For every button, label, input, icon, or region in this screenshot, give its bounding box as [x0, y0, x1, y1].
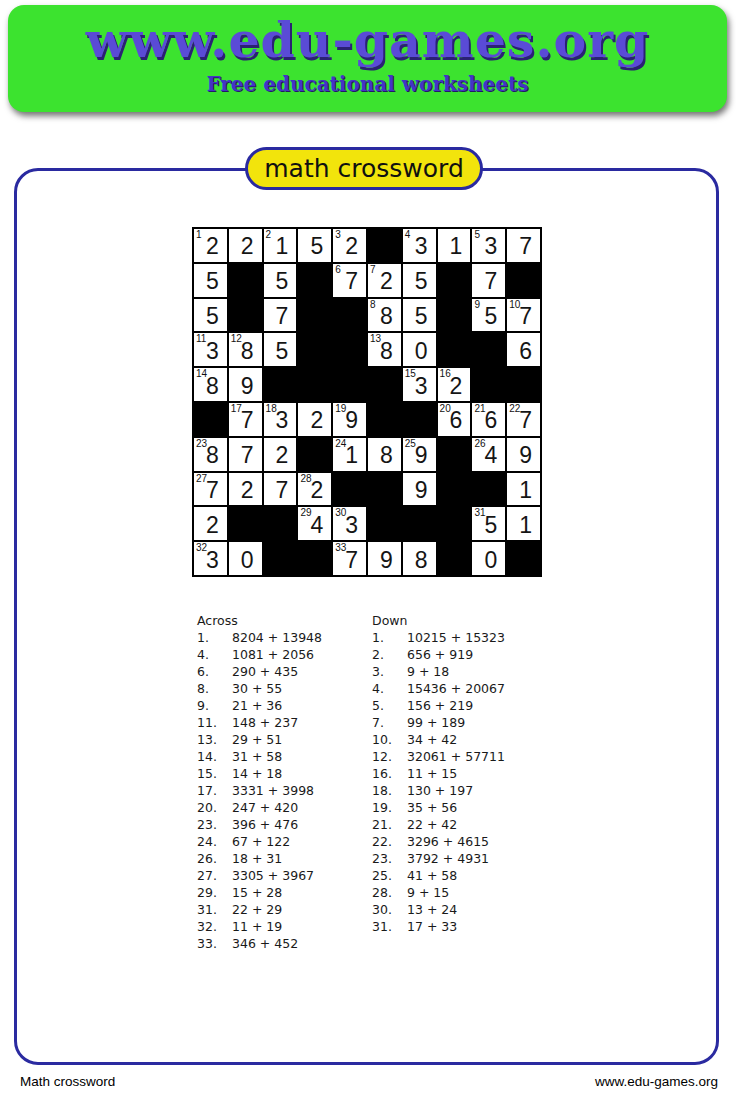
clue-number: 8. [197, 680, 232, 697]
grid-cell[interactable]: 9 [506, 437, 541, 472]
grid-cell[interactable]: 238 [193, 437, 228, 472]
grid-cell[interactable]: 8 [402, 541, 437, 576]
site-tagline: Free educational worksheets [8, 72, 727, 96]
clue-item: 1.8204 + 13948 [197, 629, 369, 646]
grid-cell[interactable]: 148 [193, 367, 228, 402]
black-cell [263, 367, 298, 402]
cell-value: 3 [276, 407, 289, 434]
cell-clue-number: 16 [440, 368, 451, 379]
cell-value: 8 [415, 547, 428, 574]
clue-text: 396 + 476 [232, 816, 298, 833]
grid-cell[interactable]: 259 [402, 437, 437, 472]
cell-value: 5 [276, 268, 289, 295]
cell-clue-number: 8 [370, 299, 376, 310]
cell-clue-number: 30 [335, 507, 346, 518]
grid-cell[interactable]: 303 [332, 506, 367, 541]
cell-clue-number: 18 [266, 403, 277, 414]
grid-cell[interactable]: 9 [367, 541, 402, 576]
down-heading: Down [372, 612, 544, 629]
clue-text: 247 + 420 [232, 799, 298, 816]
clue-text: 67 + 122 [232, 833, 290, 850]
black-cell [471, 472, 506, 507]
grid-cell[interactable]: 5 [402, 298, 437, 333]
clue-number: 1. [197, 629, 232, 646]
grid-cell[interactable]: 216 [471, 402, 506, 437]
clue-item: 18.130 + 197 [372, 782, 544, 799]
grid-cell[interactable]: 277 [193, 472, 228, 507]
clue-number: 13. [197, 731, 232, 748]
clue-item: 4.15436 + 20067 [372, 680, 544, 697]
grid-cell[interactable]: 113 [193, 332, 228, 367]
cell-value: 1 [519, 512, 532, 539]
cell-clue-number: 3 [335, 229, 341, 240]
black-cell [437, 437, 472, 472]
black-cell [297, 332, 332, 367]
black-cell [402, 506, 437, 541]
cell-value: 2 [241, 233, 254, 260]
clue-number: 31. [197, 901, 232, 918]
clue-text: 3331 + 3998 [232, 782, 314, 799]
clue-number: 7. [372, 714, 407, 731]
grid-cell[interactable]: 7 [263, 472, 298, 507]
clue-text: 3296 + 4615 [407, 833, 489, 850]
clue-number: 3. [372, 663, 407, 680]
cell-value: 8 [206, 373, 219, 400]
cell-clue-number: 9 [474, 299, 480, 310]
clue-text: 30 + 55 [232, 680, 282, 697]
grid-cell[interactable]: 8 [367, 437, 402, 472]
black-cell [437, 472, 472, 507]
cell-value: 8 [206, 442, 219, 469]
black-cell [506, 541, 541, 576]
cell-clue-number: 12 [231, 333, 242, 344]
clue-text: 11 + 19 [232, 918, 282, 935]
clue-item: 31.17 + 33 [372, 918, 544, 935]
cell-value: 8 [241, 338, 254, 365]
grid-cell[interactable]: 107 [506, 298, 541, 333]
black-cell [367, 402, 402, 437]
black-cell [228, 263, 263, 298]
clue-number: 20. [197, 799, 232, 816]
clue-text: 156 + 219 [407, 697, 473, 714]
cell-clue-number: 7 [370, 264, 376, 275]
clue-text: 22 + 42 [407, 816, 457, 833]
black-cell [332, 332, 367, 367]
grid-cell[interactable]: 2 [228, 228, 263, 263]
cell-clue-number: 24 [335, 438, 346, 449]
clue-item: 20.247 + 420 [197, 799, 369, 816]
cell-clue-number: 1 [196, 229, 202, 240]
clue-number: 28. [372, 884, 407, 901]
clue-text: 31 + 58 [232, 748, 282, 765]
clue-number: 30. [372, 901, 407, 918]
cell-clue-number: 14 [196, 368, 207, 379]
cell-value: 2 [345, 233, 358, 260]
grid-cell[interactable]: 5 [402, 263, 437, 298]
cell-clue-number: 27 [196, 473, 207, 484]
down-clues: Down 1.10215 + 153232.656 + 9193.9 + 184… [372, 612, 544, 935]
cell-value: 2 [310, 477, 323, 504]
clue-number: 22. [372, 833, 407, 850]
cell-value: 1 [450, 233, 463, 260]
clue-text: 8204 + 13948 [232, 629, 322, 646]
cell-value: 1 [519, 477, 532, 504]
clue-item: 11.148 + 237 [197, 714, 369, 731]
cell-value: 1 [276, 233, 289, 260]
grid-cell[interactable]: 162 [437, 367, 472, 402]
clue-item: 13.29 + 51 [197, 731, 369, 748]
clue-item: 26.18 + 31 [197, 850, 369, 867]
cell-value: 9 [519, 442, 532, 469]
cell-clue-number: 13 [370, 333, 381, 344]
grid-cell[interactable]: 206 [437, 402, 472, 437]
clue-number: 25. [372, 867, 407, 884]
black-cell [228, 298, 263, 333]
grid-cell[interactable]: 1 [506, 506, 541, 541]
clue-text: 15 + 28 [232, 884, 282, 901]
clue-text: 99 + 189 [407, 714, 465, 731]
clue-number: 1. [372, 629, 407, 646]
cell-value: 7 [345, 268, 358, 295]
cell-clue-number: 22 [509, 403, 520, 414]
cell-value: 0 [484, 547, 497, 574]
clue-number: 12. [372, 748, 407, 765]
cell-value: 7 [519, 303, 532, 330]
black-cell [506, 263, 541, 298]
cell-value: 4 [484, 442, 497, 469]
clue-number: 18. [372, 782, 407, 799]
clue-text: 17 + 33 [407, 918, 457, 935]
grid-cell[interactable]: 183 [263, 402, 298, 437]
black-cell [297, 298, 332, 333]
clue-item: 33.346 + 452 [197, 935, 369, 952]
cell-value: 7 [276, 303, 289, 330]
grid-cell[interactable]: 5 [297, 228, 332, 263]
clue-number: 32. [197, 918, 232, 935]
cell-value: 3 [415, 233, 428, 260]
crossword-grid: 1222153243153755677257578859510711312851… [192, 227, 542, 577]
cell-value: 7 [241, 407, 254, 434]
clue-item: 12.32061 + 57711 [372, 748, 544, 765]
black-cell [402, 402, 437, 437]
cell-value: 2 [276, 442, 289, 469]
grid-cell[interactable]: 7 [228, 437, 263, 472]
cell-value: 7 [519, 407, 532, 434]
clue-item: 25.41 + 58 [372, 867, 544, 884]
grid-cell[interactable]: 264 [471, 437, 506, 472]
clue-number: 23. [197, 816, 232, 833]
cell-clue-number: 21 [474, 403, 485, 414]
clue-text: 130 + 197 [407, 782, 473, 799]
cell-clue-number: 2 [266, 229, 272, 240]
cell-clue-number: 25 [405, 438, 416, 449]
clue-text: 15436 + 20067 [407, 680, 505, 697]
cell-value: 3 [206, 338, 219, 365]
cell-clue-number: 28 [300, 473, 311, 484]
black-cell [471, 332, 506, 367]
grid-cell[interactable]: 227 [506, 402, 541, 437]
grid-cell[interactable]: 43 [402, 228, 437, 263]
clue-number: 26. [197, 850, 232, 867]
cell-clue-number: 23 [196, 438, 207, 449]
clue-number: 29. [197, 884, 232, 901]
clue-item: 21.22 + 42 [372, 816, 544, 833]
cell-value: 5 [206, 268, 219, 295]
cell-value: 7 [484, 268, 497, 295]
clue-text: 9 + 15 [407, 884, 449, 901]
cell-value: 5 [276, 338, 289, 365]
clue-number: 14. [197, 748, 232, 765]
cell-clue-number: 6 [335, 264, 341, 275]
grid-cell[interactable]: 12 [193, 228, 228, 263]
clue-number: 17. [197, 782, 232, 799]
grid-cell[interactable]: 0 [471, 541, 506, 576]
clue-item: 4.1081 + 2056 [197, 646, 369, 663]
grid-cell[interactable]: 5 [193, 263, 228, 298]
clue-item: 22.3296 + 4615 [372, 833, 544, 850]
black-cell [437, 332, 472, 367]
grid-cell[interactable]: 7 [506, 228, 541, 263]
clue-item: 9.21 + 36 [197, 697, 369, 714]
cell-value: 4 [310, 512, 323, 539]
clue-number: 15. [197, 765, 232, 782]
clue-text: 22 + 29 [232, 901, 282, 918]
cell-value: 9 [415, 442, 428, 469]
clue-item: 27.3305 + 3967 [197, 867, 369, 884]
cell-value: 3 [415, 373, 428, 400]
clue-number: 4. [372, 680, 407, 697]
grid-cell[interactable]: 315 [471, 506, 506, 541]
cell-clue-number: 15 [405, 368, 416, 379]
black-cell [367, 506, 402, 541]
clue-item: 7.99 + 189 [372, 714, 544, 731]
clue-item: 29.15 + 28 [197, 884, 369, 901]
clue-item: 32.11 + 19 [197, 918, 369, 935]
grid-cell[interactable]: 2 [193, 506, 228, 541]
cell-clue-number: 33 [335, 542, 346, 553]
clue-number: 31. [372, 918, 407, 935]
clue-text: 41 + 58 [407, 867, 457, 884]
cell-clue-number: 19 [335, 403, 346, 414]
cell-value: 7 [241, 442, 254, 469]
clue-text: 29 + 51 [232, 731, 282, 748]
cell-value: 2 [450, 373, 463, 400]
black-cell [332, 472, 367, 507]
cell-clue-number: 17 [231, 403, 242, 414]
cell-clue-number: 4 [405, 229, 411, 240]
cell-value: 8 [380, 303, 393, 330]
grid-cell[interactable]: 282 [297, 472, 332, 507]
grid-cell[interactable]: 2 [297, 402, 332, 437]
clue-item: 28.9 + 15 [372, 884, 544, 901]
cell-value: 5 [206, 303, 219, 330]
clue-item: 5.156 + 219 [372, 697, 544, 714]
cell-value: 0 [415, 338, 428, 365]
puzzle-title-badge: math crossword [245, 147, 483, 190]
grid-cell[interactable]: 337 [332, 541, 367, 576]
clue-item: 30.13 + 24 [372, 901, 544, 918]
clue-item: 24.67 + 122 [197, 833, 369, 850]
cell-value: 9 [380, 547, 393, 574]
grid-cell[interactable]: 177 [228, 402, 263, 437]
clue-number: 33. [197, 935, 232, 952]
black-cell [437, 506, 472, 541]
black-cell [332, 367, 367, 402]
cell-value: 8 [380, 442, 393, 469]
cell-value: 3 [206, 547, 219, 574]
clue-text: 346 + 452 [232, 935, 298, 952]
cell-value: 6 [519, 338, 532, 365]
cell-value: 2 [380, 268, 393, 295]
clue-text: 9 + 18 [407, 663, 449, 680]
cell-value: 1 [345, 442, 358, 469]
down-list: 1.10215 + 153232.656 + 9193.9 + 184.1543… [372, 629, 544, 935]
grid-cell[interactable]: 0 [402, 332, 437, 367]
clue-text: 656 + 919 [407, 646, 473, 663]
grid-cell[interactable]: 72 [367, 263, 402, 298]
black-cell [297, 437, 332, 472]
clue-number: 2. [372, 646, 407, 663]
grid-cell[interactable]: 9 [228, 367, 263, 402]
grid-cell[interactable]: 7 [471, 263, 506, 298]
grid-cell[interactable]: 5 [263, 263, 298, 298]
black-cell [367, 367, 402, 402]
clue-item: 6.290 + 435 [197, 663, 369, 680]
cell-value: 9 [345, 407, 358, 434]
black-cell [437, 541, 472, 576]
grid-cell[interactable]: 5 [193, 298, 228, 333]
cell-value: 5 [310, 233, 323, 260]
cell-value: 2 [206, 233, 219, 260]
footer-worksheet-name: Math crossword [20, 1074, 115, 1089]
clue-text: 18 + 31 [232, 850, 282, 867]
black-cell [471, 367, 506, 402]
clue-item: 10.34 + 42 [372, 731, 544, 748]
cell-value: 6 [450, 407, 463, 434]
grid-cell[interactable]: 9 [402, 472, 437, 507]
grid-cell[interactable]: 53 [471, 228, 506, 263]
black-cell [193, 402, 228, 437]
black-cell [263, 506, 298, 541]
clue-number: 4. [197, 646, 232, 663]
grid-cell[interactable]: 95 [471, 298, 506, 333]
black-cell [437, 263, 472, 298]
clue-text: 35 + 56 [407, 799, 457, 816]
grid-cell[interactable]: 323 [193, 541, 228, 576]
cell-value: 8 [380, 338, 393, 365]
clue-text: 10215 + 15323 [407, 629, 505, 646]
grid-cell[interactable]: 21 [263, 228, 298, 263]
grid-cell[interactable]: 6 [506, 332, 541, 367]
worksheet-page: www.edu-games.org Free educational works… [0, 0, 736, 1104]
grid-cell[interactable]: 32 [332, 228, 367, 263]
clue-item: 31.22 + 29 [197, 901, 369, 918]
cell-value: 2 [206, 512, 219, 539]
clue-number: 27. [197, 867, 232, 884]
clue-item: 23.396 + 476 [197, 816, 369, 833]
grid-cell[interactable]: 5 [263, 332, 298, 367]
clue-text: 290 + 435 [232, 663, 298, 680]
cell-clue-number: 32 [196, 542, 207, 553]
cell-clue-number: 10 [509, 299, 520, 310]
cell-clue-number: 5 [474, 229, 480, 240]
clue-text: 3792 + 4931 [407, 850, 489, 867]
site-title: www.edu-games.org [8, 11, 727, 69]
grid-cell[interactable]: 67 [332, 263, 367, 298]
across-clues: Across 1.8204 + 139484.1081 + 20566.290 … [197, 612, 369, 952]
clue-text: 13 + 24 [407, 901, 457, 918]
clue-text: 148 + 237 [232, 714, 298, 731]
grid-cell[interactable]: 1 [506, 472, 541, 507]
cell-clue-number: 11 [196, 333, 206, 344]
clue-item: 2.656 + 919 [372, 646, 544, 663]
clue-text: 14 + 18 [232, 765, 282, 782]
clue-number: 16. [372, 765, 407, 782]
black-cell [367, 472, 402, 507]
across-heading: Across [197, 612, 369, 629]
footer-site-url: www.edu-games.org [595, 1074, 718, 1089]
clue-text: 3305 + 3967 [232, 867, 314, 884]
clue-text: 1081 + 2056 [232, 646, 314, 663]
black-cell [228, 506, 263, 541]
cell-clue-number: 20 [440, 403, 451, 414]
clue-number: 19. [372, 799, 407, 816]
cell-value: 7 [345, 547, 358, 574]
grid-cell[interactable]: 2 [263, 437, 298, 472]
grid-cell[interactable]: 1 [437, 228, 472, 263]
black-cell [297, 263, 332, 298]
black-cell [367, 228, 402, 263]
clue-item: 8.30 + 55 [197, 680, 369, 697]
grid-cell[interactable]: 294 [297, 506, 332, 541]
clue-number: 9. [197, 697, 232, 714]
clue-text: 11 + 15 [407, 765, 457, 782]
black-cell [297, 367, 332, 402]
grid-cell[interactable]: 153 [402, 367, 437, 402]
clue-item: 16.11 + 15 [372, 765, 544, 782]
cell-value: 3 [345, 512, 358, 539]
grid-cell[interactable]: 199 [332, 402, 367, 437]
cell-value: 5 [484, 303, 497, 330]
black-cell [506, 367, 541, 402]
clue-text: 32061 + 57711 [407, 748, 505, 765]
grid-cell[interactable]: 241 [332, 437, 367, 472]
cell-value: 7 [519, 233, 532, 260]
clue-item: 1.10215 + 15323 [372, 629, 544, 646]
cell-value: 7 [276, 477, 289, 504]
clue-number: 10. [372, 731, 407, 748]
grid-cell[interactable]: 88 [367, 298, 402, 333]
site-banner: www.edu-games.org Free educational works… [8, 5, 727, 112]
cell-value: 0 [241, 547, 254, 574]
cell-value: 5 [415, 268, 428, 295]
clue-item: 15.14 + 18 [197, 765, 369, 782]
cell-value: 9 [241, 373, 254, 400]
grid-cell[interactable]: 7 [263, 298, 298, 333]
cell-value: 7 [206, 477, 219, 504]
cell-clue-number: 31 [474, 507, 485, 518]
clue-item: 19.35 + 56 [372, 799, 544, 816]
cell-value: 5 [484, 512, 497, 539]
clue-item: 17.3331 + 3998 [197, 782, 369, 799]
grid-cell[interactable]: 0 [228, 541, 263, 576]
grid-cell[interactable]: 138 [367, 332, 402, 367]
black-cell [297, 541, 332, 576]
clue-number: 23. [372, 850, 407, 867]
grid-cell[interactable]: 2 [228, 472, 263, 507]
cell-value: 9 [415, 477, 428, 504]
grid-cell[interactable]: 128 [228, 332, 263, 367]
